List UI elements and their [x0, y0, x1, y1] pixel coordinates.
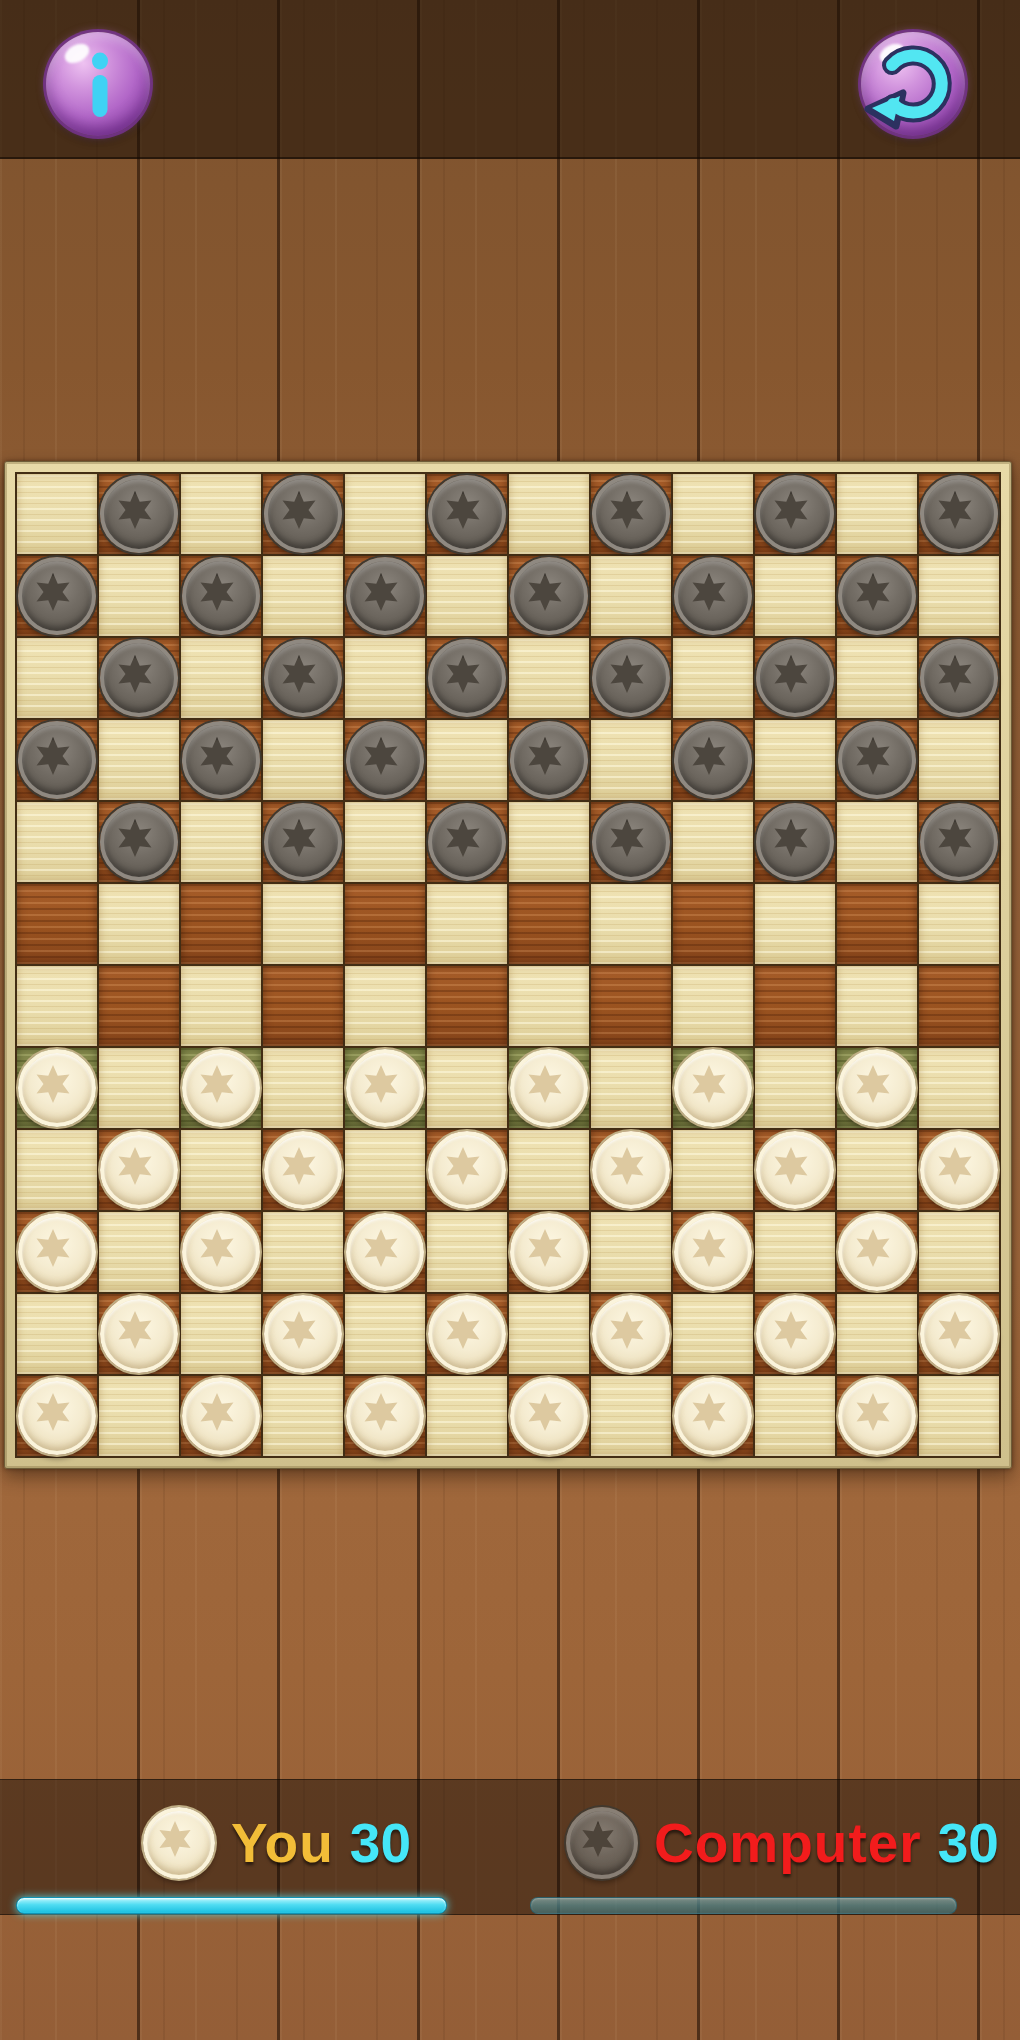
checker-dark[interactable]: [264, 639, 342, 717]
checker-dark[interactable]: [18, 721, 96, 799]
star-emboss: [526, 1229, 564, 1267]
checker-dark[interactable]: [264, 475, 342, 553]
square-r8c8[interactable]: [591, 1048, 671, 1128]
square-r5c11[interactable]: [837, 802, 917, 882]
square-r3c2[interactable]: [99, 638, 179, 718]
star-emboss: [772, 655, 810, 693]
square-r3c5[interactable]: [345, 638, 425, 718]
square-r6c7[interactable]: [509, 884, 589, 964]
square-r5c2[interactable]: [99, 802, 179, 882]
star-emboss: [772, 819, 810, 857]
checker-dark[interactable]: [100, 639, 178, 717]
square-r2c1[interactable]: [17, 556, 97, 636]
checker-light[interactable]: [428, 1131, 506, 1209]
star-emboss: [526, 1065, 564, 1103]
info-button[interactable]: [46, 32, 150, 136]
dark-checker-icon: [566, 1807, 638, 1879]
square-r2c7[interactable]: [509, 556, 589, 636]
checker-light[interactable]: [592, 1295, 670, 1373]
square-r6c12[interactable]: [919, 884, 999, 964]
square-r1c12[interactable]: [919, 474, 999, 554]
square-r12c4[interactable]: [263, 1376, 343, 1456]
square-r7c4[interactable]: [263, 966, 343, 1046]
square-r6c11[interactable]: [837, 884, 917, 964]
star-emboss: [116, 491, 154, 529]
checker-light[interactable]: [838, 1213, 916, 1291]
checker-light[interactable]: [510, 1377, 588, 1455]
checker-light[interactable]: [838, 1377, 916, 1455]
star-emboss: [526, 1393, 564, 1431]
checker-light[interactable]: [510, 1049, 588, 1127]
star-emboss: [444, 491, 482, 529]
checker-light[interactable]: [100, 1131, 178, 1209]
square-r12c6[interactable]: [427, 1376, 507, 1456]
square-r12c10[interactable]: [755, 1376, 835, 1456]
square-r7c5[interactable]: [345, 966, 425, 1046]
checker-light[interactable]: [264, 1295, 342, 1373]
square-r9c11[interactable]: [837, 1130, 917, 1210]
square-r5c7[interactable]: [509, 802, 589, 882]
star-emboss: [444, 1147, 482, 1185]
square-r6c10[interactable]: [755, 884, 835, 964]
checker-dark[interactable]: [838, 721, 916, 799]
square-r7c9[interactable]: [673, 966, 753, 1046]
square-r5c3[interactable]: [181, 802, 261, 882]
square-r12c3[interactable]: [181, 1376, 261, 1456]
square-r5c12[interactable]: [919, 802, 999, 882]
square-r12c7[interactable]: [509, 1376, 589, 1456]
checker-dark[interactable]: [592, 475, 670, 553]
square-r11c11[interactable]: [837, 1294, 917, 1374]
square-r10c4[interactable]: [263, 1212, 343, 1292]
star-emboss: [854, 1393, 892, 1431]
square-r1c4[interactable]: [263, 474, 343, 554]
checker-light[interactable]: [182, 1377, 260, 1455]
square-r8c4[interactable]: [263, 1048, 343, 1128]
square-r2c4[interactable]: [263, 556, 343, 636]
square-r2c5[interactable]: [345, 556, 425, 636]
star-emboss: [116, 1311, 154, 1349]
checker-dark[interactable]: [182, 721, 260, 799]
checker-light[interactable]: [592, 1131, 670, 1209]
square-r8c6[interactable]: [427, 1048, 507, 1128]
square-r7c1[interactable]: [17, 966, 97, 1046]
square-r9c4[interactable]: [263, 1130, 343, 1210]
square-r8c12[interactable]: [919, 1048, 999, 1128]
checker-light[interactable]: [756, 1131, 834, 1209]
square-r4c2[interactable]: [99, 720, 179, 800]
square-r3c7[interactable]: [509, 638, 589, 718]
square-r11c7[interactable]: [509, 1294, 589, 1374]
square-r4c7[interactable]: [509, 720, 589, 800]
square-r7c8[interactable]: [591, 966, 671, 1046]
player-score-you: You 30: [143, 1810, 411, 1876]
square-r12c8[interactable]: [591, 1376, 671, 1456]
square-r11c5[interactable]: [345, 1294, 425, 1374]
square-r2c12[interactable]: [919, 556, 999, 636]
square-r3c9[interactable]: [673, 638, 753, 718]
checker-dark[interactable]: [756, 639, 834, 717]
star-emboss: [280, 819, 318, 857]
square-r6c1[interactable]: [17, 884, 97, 964]
square-r6c6[interactable]: [427, 884, 507, 964]
star-emboss: [362, 573, 400, 611]
star-emboss: [34, 573, 72, 611]
square-r11c8[interactable]: [591, 1294, 671, 1374]
square-r9c10[interactable]: [755, 1130, 835, 1210]
checker-light[interactable]: [510, 1213, 588, 1291]
star-emboss: [608, 655, 646, 693]
checker-dark[interactable]: [674, 557, 752, 635]
computer-label: Computer: [654, 1811, 922, 1875]
white-checker-icon: [143, 1807, 215, 1879]
square-r4c4[interactable]: [263, 720, 343, 800]
star-emboss: [280, 1147, 318, 1185]
star-emboss: [608, 1311, 646, 1349]
square-r7c10[interactable]: [755, 966, 835, 1046]
square-r8c2[interactable]: [99, 1048, 179, 1128]
computer-progress-bar: [530, 1897, 957, 1914]
square-r1c3[interactable]: [181, 474, 261, 554]
star-emboss: [772, 1147, 810, 1185]
square-r11c9[interactable]: [673, 1294, 753, 1374]
restart-button[interactable]: [861, 32, 965, 136]
star-emboss: [34, 1229, 72, 1267]
checker-light[interactable]: [674, 1377, 752, 1455]
star-emboss: [936, 1147, 974, 1185]
star-emboss: [772, 491, 810, 529]
square-r12c5[interactable]: [345, 1376, 425, 1456]
star-emboss: [157, 1821, 193, 1857]
square-r2c11[interactable]: [837, 556, 917, 636]
checker-dark[interactable]: [428, 639, 506, 717]
square-r7c6[interactable]: [427, 966, 507, 1046]
square-r3c11[interactable]: [837, 638, 917, 718]
star-emboss: [198, 1229, 236, 1267]
star-emboss: [936, 655, 974, 693]
checker-light[interactable]: [182, 1049, 260, 1127]
square-r4c9[interactable]: [673, 720, 753, 800]
square-r1c10[interactable]: [755, 474, 835, 554]
checker-dark[interactable]: [674, 721, 752, 799]
star-emboss: [690, 1065, 728, 1103]
checker-dark[interactable]: [920, 639, 998, 717]
board-grid: [17, 474, 999, 1456]
square-r11c4[interactable]: [263, 1294, 343, 1374]
square-r4c3[interactable]: [181, 720, 261, 800]
star-emboss: [198, 737, 236, 775]
square-r10c8[interactable]: [591, 1212, 671, 1292]
square-r9c9[interactable]: [673, 1130, 753, 1210]
square-r7c12[interactable]: [919, 966, 999, 1046]
checker-light[interactable]: [920, 1131, 998, 1209]
checker-dark[interactable]: [100, 475, 178, 553]
you-progress-bar: [16, 1897, 447, 1914]
checker-dark[interactable]: [510, 557, 588, 635]
checker-light[interactable]: [346, 1377, 424, 1455]
star-emboss: [772, 1311, 810, 1349]
checker-light[interactable]: [838, 1049, 916, 1127]
star-emboss: [280, 655, 318, 693]
star-emboss: [444, 819, 482, 857]
star-emboss: [608, 1147, 646, 1185]
square-r12c1[interactable]: [17, 1376, 97, 1456]
you-label: You: [231, 1811, 334, 1875]
star-emboss: [198, 573, 236, 611]
square-r9c1[interactable]: [17, 1130, 97, 1210]
star-emboss: [608, 819, 646, 857]
star-emboss: [362, 1229, 400, 1267]
square-r4c5[interactable]: [345, 720, 425, 800]
square-r1c8[interactable]: [591, 474, 671, 554]
checker-light[interactable]: [18, 1213, 96, 1291]
square-r11c1[interactable]: [17, 1294, 97, 1374]
star-emboss: [362, 1065, 400, 1103]
square-r2c3[interactable]: [181, 556, 261, 636]
star-emboss: [198, 1393, 236, 1431]
square-r11c10[interactable]: [755, 1294, 835, 1374]
square-r9c3[interactable]: [181, 1130, 261, 1210]
square-r3c4[interactable]: [263, 638, 343, 718]
checker-dark[interactable]: [346, 557, 424, 635]
square-r2c10[interactable]: [755, 556, 835, 636]
square-r11c6[interactable]: [427, 1294, 507, 1374]
square-r7c2[interactable]: [99, 966, 179, 1046]
square-r3c10[interactable]: [755, 638, 835, 718]
star-emboss: [444, 655, 482, 693]
square-r1c5[interactable]: [345, 474, 425, 554]
checker-dark[interactable]: [346, 721, 424, 799]
checker-dark[interactable]: [264, 803, 342, 881]
star-emboss: [580, 1821, 616, 1857]
star-emboss: [362, 737, 400, 775]
star-emboss: [280, 491, 318, 529]
checker-dark[interactable]: [592, 639, 670, 717]
square-r4c6[interactable]: [427, 720, 507, 800]
square-r8c10[interactable]: [755, 1048, 835, 1128]
star-emboss: [34, 1065, 72, 1103]
square-r1c1[interactable]: [17, 474, 97, 554]
checker-dark[interactable]: [182, 557, 260, 635]
square-r10c7[interactable]: [509, 1212, 589, 1292]
square-r10c1[interactable]: [17, 1212, 97, 1292]
square-r6c2[interactable]: [99, 884, 179, 964]
square-r12c2[interactable]: [99, 1376, 179, 1456]
square-r2c9[interactable]: [673, 556, 753, 636]
checker-dark[interactable]: [428, 475, 506, 553]
square-r1c7[interactable]: [509, 474, 589, 554]
square-r11c12[interactable]: [919, 1294, 999, 1374]
square-r10c11[interactable]: [837, 1212, 917, 1292]
square-r5c1[interactable]: [17, 802, 97, 882]
square-r3c6[interactable]: [427, 638, 507, 718]
star-emboss: [936, 819, 974, 857]
checker-light[interactable]: [346, 1049, 424, 1127]
square-r6c4[interactable]: [263, 884, 343, 964]
square-r12c12[interactable]: [919, 1376, 999, 1456]
square-r6c3[interactable]: [181, 884, 261, 964]
square-r8c1-highlighted[interactable]: [17, 1048, 97, 1128]
star-emboss: [34, 737, 72, 775]
square-r3c8[interactable]: [591, 638, 671, 718]
square-r4c8[interactable]: [591, 720, 671, 800]
checker-light[interactable]: [674, 1049, 752, 1127]
square-r3c1[interactable]: [17, 638, 97, 718]
checker-dark[interactable]: [756, 475, 834, 553]
checker-light[interactable]: [674, 1213, 752, 1291]
info-icon: [46, 32, 150, 136]
checker-light[interactable]: [346, 1213, 424, 1291]
checker-dark[interactable]: [920, 803, 998, 881]
square-r6c5[interactable]: [345, 884, 425, 964]
square-r11c3[interactable]: [181, 1294, 261, 1374]
square-r4c10[interactable]: [755, 720, 835, 800]
star-emboss: [854, 573, 892, 611]
square-r6c9[interactable]: [673, 884, 753, 964]
square-r4c11[interactable]: [837, 720, 917, 800]
square-r9c5[interactable]: [345, 1130, 425, 1210]
square-r4c12[interactable]: [919, 720, 999, 800]
star-emboss: [854, 737, 892, 775]
star-emboss: [116, 655, 154, 693]
square-r5c5[interactable]: [345, 802, 425, 882]
square-r5c10[interactable]: [755, 802, 835, 882]
square-r4c1[interactable]: [17, 720, 97, 800]
star-emboss: [608, 491, 646, 529]
checker-dark[interactable]: [18, 557, 96, 635]
square-r10c12[interactable]: [919, 1212, 999, 1292]
computer-score: 30: [938, 1811, 999, 1875]
square-r8c11-highlighted[interactable]: [837, 1048, 917, 1128]
square-r3c3[interactable]: [181, 638, 261, 718]
checker-light[interactable]: [756, 1295, 834, 1373]
star-emboss: [690, 1229, 728, 1267]
square-r9c8[interactable]: [591, 1130, 671, 1210]
square-r9c2[interactable]: [99, 1130, 179, 1210]
square-r10c9[interactable]: [673, 1212, 753, 1292]
star-emboss: [362, 1393, 400, 1431]
checker-light[interactable]: [428, 1295, 506, 1373]
square-r8c7-highlighted[interactable]: [509, 1048, 589, 1128]
checker-light[interactable]: [182, 1213, 260, 1291]
square-r5c6[interactable]: [427, 802, 507, 882]
star-emboss: [526, 737, 564, 775]
checker-dark[interactable]: [428, 803, 506, 881]
checker-dark[interactable]: [756, 803, 834, 881]
square-r12c9[interactable]: [673, 1376, 753, 1456]
star-emboss: [936, 1311, 974, 1349]
square-r5c9[interactable]: [673, 802, 753, 882]
score-panel: You 30 Computer 30: [0, 1779, 1020, 1915]
square-r3c12[interactable]: [919, 638, 999, 718]
square-r7c3[interactable]: [181, 966, 261, 1046]
app-background: You 30 Computer 30: [0, 0, 1020, 2040]
star-emboss: [116, 819, 154, 857]
checker-dark[interactable]: [510, 721, 588, 799]
checker-light[interactable]: [18, 1377, 96, 1455]
square-r1c6[interactable]: [427, 474, 507, 554]
square-r9c6[interactable]: [427, 1130, 507, 1210]
checker-dark[interactable]: [100, 803, 178, 881]
you-score: 30: [350, 1811, 411, 1875]
square-r10c10[interactable]: [755, 1212, 835, 1292]
star-emboss: [854, 1229, 892, 1267]
square-r2c8[interactable]: [591, 556, 671, 636]
star-emboss: [854, 1065, 892, 1103]
star-emboss: [936, 491, 974, 529]
square-r10c3[interactable]: [181, 1212, 261, 1292]
square-r8c9-highlighted[interactable]: [673, 1048, 753, 1128]
checker-light[interactable]: [18, 1049, 96, 1127]
square-r5c4[interactable]: [263, 802, 343, 882]
checker-light[interactable]: [100, 1295, 178, 1373]
restart-icon: [861, 32, 965, 136]
star-emboss: [526, 573, 564, 611]
star-emboss: [690, 573, 728, 611]
square-r10c6[interactable]: [427, 1212, 507, 1292]
square-r11c2[interactable]: [99, 1294, 179, 1374]
square-r9c7[interactable]: [509, 1130, 589, 1210]
checker-light[interactable]: [920, 1295, 998, 1373]
star-emboss: [34, 1393, 72, 1431]
square-r10c5[interactable]: [345, 1212, 425, 1292]
square-r7c7[interactable]: [509, 966, 589, 1046]
checkers-board: [4, 461, 1012, 1469]
square-r6c8[interactable]: [591, 884, 671, 964]
star-emboss: [116, 1147, 154, 1185]
square-r7c11[interactable]: [837, 966, 917, 1046]
star-emboss: [198, 1065, 236, 1103]
star-emboss: [280, 1311, 318, 1349]
square-r1c2[interactable]: [99, 474, 179, 554]
square-r1c11[interactable]: [837, 474, 917, 554]
square-r5c8[interactable]: [591, 802, 671, 882]
square-r12c11[interactable]: [837, 1376, 917, 1456]
square-r2c6[interactable]: [427, 556, 507, 636]
square-r1c9[interactable]: [673, 474, 753, 554]
checker-dark[interactable]: [592, 803, 670, 881]
star-emboss: [444, 1311, 482, 1349]
square-r8c5-highlighted[interactable]: [345, 1048, 425, 1128]
checker-dark[interactable]: [838, 557, 916, 635]
square-r9c12[interactable]: [919, 1130, 999, 1210]
square-r2c2[interactable]: [99, 556, 179, 636]
star-emboss: [690, 1393, 728, 1431]
square-r8c3-highlighted[interactable]: [181, 1048, 261, 1128]
square-r10c2[interactable]: [99, 1212, 179, 1292]
checker-light[interactable]: [264, 1131, 342, 1209]
checker-dark[interactable]: [920, 475, 998, 553]
star-emboss: [690, 737, 728, 775]
player-score-computer: Computer 30: [566, 1810, 999, 1876]
